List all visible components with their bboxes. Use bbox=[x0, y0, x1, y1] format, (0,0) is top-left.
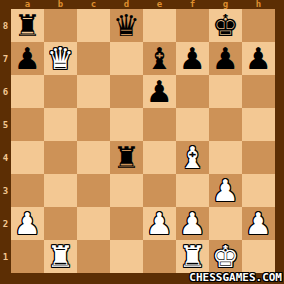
board: ♜♛♚♟♛♝♟♟♟♟♜♝♟♟♟♟♟♜♜♚ bbox=[11, 9, 275, 273]
square-f4: ♝ bbox=[176, 141, 209, 174]
square-h6 bbox=[242, 75, 275, 108]
square-c8 bbox=[77, 9, 110, 42]
square-f8 bbox=[176, 9, 209, 42]
rank-label-3: 3 bbox=[0, 174, 11, 207]
white-queen-b7: ♛ bbox=[44, 42, 77, 75]
black-pawn-h7: ♟ bbox=[242, 42, 275, 75]
square-g2 bbox=[209, 207, 242, 240]
square-c5 bbox=[77, 108, 110, 141]
file-label-c: c bbox=[77, 0, 110, 9]
square-a5 bbox=[11, 108, 44, 141]
square-h1 bbox=[242, 240, 275, 273]
white-pawn-e2: ♟ bbox=[143, 207, 176, 240]
white-rook-f1: ♜ bbox=[176, 240, 209, 273]
square-h7: ♟ bbox=[242, 42, 275, 75]
square-f6 bbox=[176, 75, 209, 108]
square-e3 bbox=[143, 174, 176, 207]
square-a1 bbox=[11, 240, 44, 273]
square-c3 bbox=[77, 174, 110, 207]
square-b1: ♜ bbox=[44, 240, 77, 273]
square-f5 bbox=[176, 108, 209, 141]
square-d1 bbox=[110, 240, 143, 273]
file-label-b: b bbox=[44, 0, 77, 9]
chess-diagram: abcdefgh 87654321 ♜♛♚♟♛♝♟♟♟♟♜♝♟♟♟♟♟♜♜♚ C… bbox=[0, 0, 284, 284]
white-pawn-h2: ♟ bbox=[242, 207, 275, 240]
rank-label-7: 7 bbox=[0, 42, 11, 75]
square-a8: ♜ bbox=[11, 9, 44, 42]
square-g7: ♟ bbox=[209, 42, 242, 75]
black-pawn-g7: ♟ bbox=[209, 42, 242, 75]
square-e5 bbox=[143, 108, 176, 141]
square-a2: ♟ bbox=[11, 207, 44, 240]
square-e1 bbox=[143, 240, 176, 273]
square-h2: ♟ bbox=[242, 207, 275, 240]
black-queen-d8: ♛ bbox=[110, 9, 143, 42]
square-b5 bbox=[44, 108, 77, 141]
square-e2: ♟ bbox=[143, 207, 176, 240]
square-a7: ♟ bbox=[11, 42, 44, 75]
file-label-f: f bbox=[176, 0, 209, 9]
square-f3 bbox=[176, 174, 209, 207]
white-pawn-a2: ♟ bbox=[11, 207, 44, 240]
square-d7 bbox=[110, 42, 143, 75]
white-bishop-f4: ♝ bbox=[176, 141, 209, 174]
square-h4 bbox=[242, 141, 275, 174]
square-h3 bbox=[242, 174, 275, 207]
square-g3: ♟ bbox=[209, 174, 242, 207]
square-g4 bbox=[209, 141, 242, 174]
square-b4 bbox=[44, 141, 77, 174]
white-rook-b1: ♜ bbox=[44, 240, 77, 273]
square-e8 bbox=[143, 9, 176, 42]
square-f7: ♟ bbox=[176, 42, 209, 75]
square-a3 bbox=[11, 174, 44, 207]
square-d6 bbox=[110, 75, 143, 108]
square-a4 bbox=[11, 141, 44, 174]
square-h8 bbox=[242, 9, 275, 42]
rank-label-6: 6 bbox=[0, 75, 11, 108]
rank-labels: 87654321 bbox=[0, 9, 11, 273]
white-pawn-f2: ♟ bbox=[176, 207, 209, 240]
square-c4 bbox=[77, 141, 110, 174]
white-king-g1: ♚ bbox=[209, 240, 242, 273]
square-e4 bbox=[143, 141, 176, 174]
square-e6: ♟ bbox=[143, 75, 176, 108]
file-label-h: h bbox=[242, 0, 275, 9]
square-b3 bbox=[44, 174, 77, 207]
black-pawn-a7: ♟ bbox=[11, 42, 44, 75]
black-rook-a8: ♜ bbox=[11, 9, 44, 42]
rank-label-4: 4 bbox=[0, 141, 11, 174]
black-bishop-e7: ♝ bbox=[143, 42, 176, 75]
square-d2 bbox=[110, 207, 143, 240]
square-g8: ♚ bbox=[209, 9, 242, 42]
black-rook-d4: ♜ bbox=[110, 141, 143, 174]
rank-label-5: 5 bbox=[0, 108, 11, 141]
black-pawn-f7: ♟ bbox=[176, 42, 209, 75]
square-d4: ♜ bbox=[110, 141, 143, 174]
rank-label-8: 8 bbox=[0, 9, 11, 42]
square-b8 bbox=[44, 9, 77, 42]
square-g6 bbox=[209, 75, 242, 108]
square-c7 bbox=[77, 42, 110, 75]
square-c6 bbox=[77, 75, 110, 108]
black-king-g8: ♚ bbox=[209, 9, 242, 42]
square-b6 bbox=[44, 75, 77, 108]
square-f1: ♜ bbox=[176, 240, 209, 273]
square-f2: ♟ bbox=[176, 207, 209, 240]
square-c2 bbox=[77, 207, 110, 240]
square-h5 bbox=[242, 108, 275, 141]
square-b7: ♛ bbox=[44, 42, 77, 75]
rank-label-1: 1 bbox=[0, 240, 11, 273]
file-label-e: e bbox=[143, 0, 176, 9]
square-g1: ♚ bbox=[209, 240, 242, 273]
black-pawn-e6: ♟ bbox=[143, 75, 176, 108]
chessgames-watermark: CHESSGAMES.COM bbox=[189, 271, 282, 284]
rank-label-2: 2 bbox=[0, 207, 11, 240]
white-pawn-g3: ♟ bbox=[209, 174, 242, 207]
square-b2 bbox=[44, 207, 77, 240]
square-a6 bbox=[11, 75, 44, 108]
square-e7: ♝ bbox=[143, 42, 176, 75]
square-d3 bbox=[110, 174, 143, 207]
square-d8: ♛ bbox=[110, 9, 143, 42]
square-g5 bbox=[209, 108, 242, 141]
square-d5 bbox=[110, 108, 143, 141]
square-c1 bbox=[77, 240, 110, 273]
